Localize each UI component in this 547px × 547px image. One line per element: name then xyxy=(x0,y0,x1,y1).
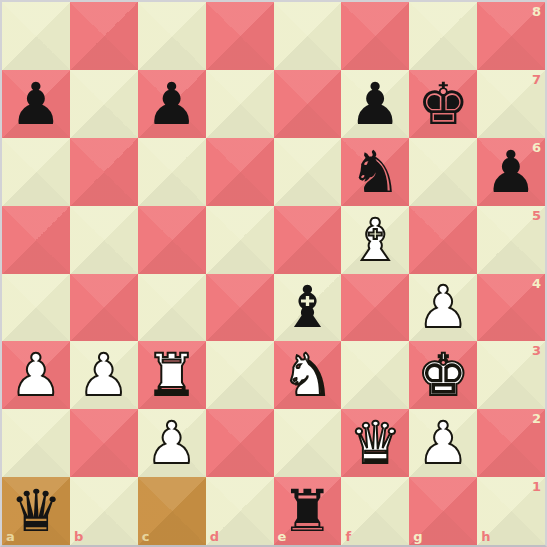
square-b3[interactable]: ♟ xyxy=(70,341,138,409)
white-pawn[interactable]: ♟ xyxy=(417,278,469,336)
rank-label-4: 4 xyxy=(532,276,541,291)
square-b8[interactable] xyxy=(70,2,138,70)
square-c3[interactable]: ♜ xyxy=(138,341,206,409)
square-c4[interactable] xyxy=(138,274,206,342)
square-a3[interactable]: ♟ xyxy=(2,341,70,409)
white-bishop[interactable]: ♝ xyxy=(349,211,401,269)
black-pawn[interactable]: ♟ xyxy=(146,75,198,133)
square-h2[interactable]: 2 xyxy=(477,409,545,477)
chess-board-frame: 8♟♟♟♚7♞♟6♝5♝♟4♟♟♜♞♚3♟♛♟2♛abcd♜efg1h xyxy=(0,0,547,547)
file-label-b: b xyxy=(74,529,83,544)
white-rook[interactable]: ♜ xyxy=(146,346,198,404)
black-pawn[interactable]: ♟ xyxy=(349,75,401,133)
square-f4[interactable] xyxy=(341,274,409,342)
square-d2[interactable] xyxy=(206,409,274,477)
square-f1[interactable]: f xyxy=(341,477,409,545)
square-e3[interactable]: ♞ xyxy=(274,341,342,409)
rank-label-1: 1 xyxy=(532,479,541,494)
square-a4[interactable] xyxy=(2,274,70,342)
black-bishop[interactable]: ♝ xyxy=(281,278,333,336)
square-g6[interactable] xyxy=(409,138,477,206)
square-a7[interactable]: ♟ xyxy=(2,70,70,138)
file-label-g: g xyxy=(413,529,422,544)
square-d5[interactable] xyxy=(206,206,274,274)
square-h1[interactable]: 1h xyxy=(477,477,545,545)
square-d6[interactable] xyxy=(206,138,274,206)
file-label-f: f xyxy=(345,529,351,544)
square-b6[interactable] xyxy=(70,138,138,206)
rank-label-2: 2 xyxy=(532,411,541,426)
chess-board: 8♟♟♟♚7♞♟6♝5♝♟4♟♟♜♞♚3♟♛♟2♛abcd♜efg1h xyxy=(2,2,545,545)
black-pawn[interactable]: ♟ xyxy=(10,75,62,133)
square-g8[interactable] xyxy=(409,2,477,70)
white-pawn[interactable]: ♟ xyxy=(10,346,62,404)
square-e8[interactable] xyxy=(274,2,342,70)
square-b7[interactable] xyxy=(70,70,138,138)
square-g2[interactable]: ♟ xyxy=(409,409,477,477)
square-b1[interactable]: b xyxy=(70,477,138,545)
square-a2[interactable] xyxy=(2,409,70,477)
square-a1[interactable]: ♛a xyxy=(2,477,70,545)
rank-label-7: 7 xyxy=(532,72,541,87)
square-g4[interactable]: ♟ xyxy=(409,274,477,342)
square-d7[interactable] xyxy=(206,70,274,138)
square-a8[interactable] xyxy=(2,2,70,70)
square-e4[interactable]: ♝ xyxy=(274,274,342,342)
square-f5[interactable]: ♝ xyxy=(341,206,409,274)
square-f6[interactable]: ♞ xyxy=(341,138,409,206)
square-d8[interactable] xyxy=(206,2,274,70)
square-h5[interactable]: 5 xyxy=(477,206,545,274)
square-c7[interactable]: ♟ xyxy=(138,70,206,138)
square-g7[interactable]: ♚ xyxy=(409,70,477,138)
square-d4[interactable] xyxy=(206,274,274,342)
square-a6[interactable] xyxy=(2,138,70,206)
square-e5[interactable] xyxy=(274,206,342,274)
rank-label-3: 3 xyxy=(532,343,541,358)
square-f2[interactable]: ♛ xyxy=(341,409,409,477)
square-f3[interactable] xyxy=(341,341,409,409)
rank-label-8: 8 xyxy=(532,4,541,19)
square-d1[interactable]: d xyxy=(206,477,274,545)
square-h6[interactable]: ♟6 xyxy=(477,138,545,206)
file-label-h: h xyxy=(481,529,490,544)
square-c2[interactable]: ♟ xyxy=(138,409,206,477)
square-c8[interactable] xyxy=(138,2,206,70)
square-h3[interactable]: 3 xyxy=(477,341,545,409)
square-a5[interactable] xyxy=(2,206,70,274)
square-d3[interactable] xyxy=(206,341,274,409)
black-queen[interactable]: ♛ xyxy=(10,482,62,540)
square-g5[interactable] xyxy=(409,206,477,274)
file-label-c: c xyxy=(142,529,150,544)
black-pawn[interactable]: ♟ xyxy=(485,143,537,201)
white-queen[interactable]: ♛ xyxy=(349,414,401,472)
square-c1[interactable]: c xyxy=(138,477,206,545)
square-e7[interactable] xyxy=(274,70,342,138)
square-h8[interactable]: 8 xyxy=(477,2,545,70)
white-pawn[interactable]: ♟ xyxy=(146,414,198,472)
square-g1[interactable]: g xyxy=(409,477,477,545)
square-f8[interactable] xyxy=(341,2,409,70)
square-h4[interactable]: 4 xyxy=(477,274,545,342)
square-b2[interactable] xyxy=(70,409,138,477)
square-e1[interactable]: ♜e xyxy=(274,477,342,545)
white-king[interactable]: ♚ xyxy=(417,346,469,404)
rank-label-5: 5 xyxy=(532,208,541,223)
black-king[interactable]: ♚ xyxy=(417,75,469,133)
file-label-d: d xyxy=(210,529,219,544)
square-c6[interactable] xyxy=(138,138,206,206)
square-h7[interactable]: 7 xyxy=(477,70,545,138)
square-b5[interactable] xyxy=(70,206,138,274)
square-c5[interactable] xyxy=(138,206,206,274)
black-knight[interactable]: ♞ xyxy=(349,143,401,201)
square-b4[interactable] xyxy=(70,274,138,342)
black-rook[interactable]: ♜ xyxy=(281,482,333,540)
white-pawn[interactable]: ♟ xyxy=(78,346,130,404)
white-pawn[interactable]: ♟ xyxy=(417,414,469,472)
square-e6[interactable] xyxy=(274,138,342,206)
square-g3[interactable]: ♚ xyxy=(409,341,477,409)
square-e2[interactable] xyxy=(274,409,342,477)
white-knight[interactable]: ♞ xyxy=(281,346,333,404)
square-f7[interactable]: ♟ xyxy=(341,70,409,138)
